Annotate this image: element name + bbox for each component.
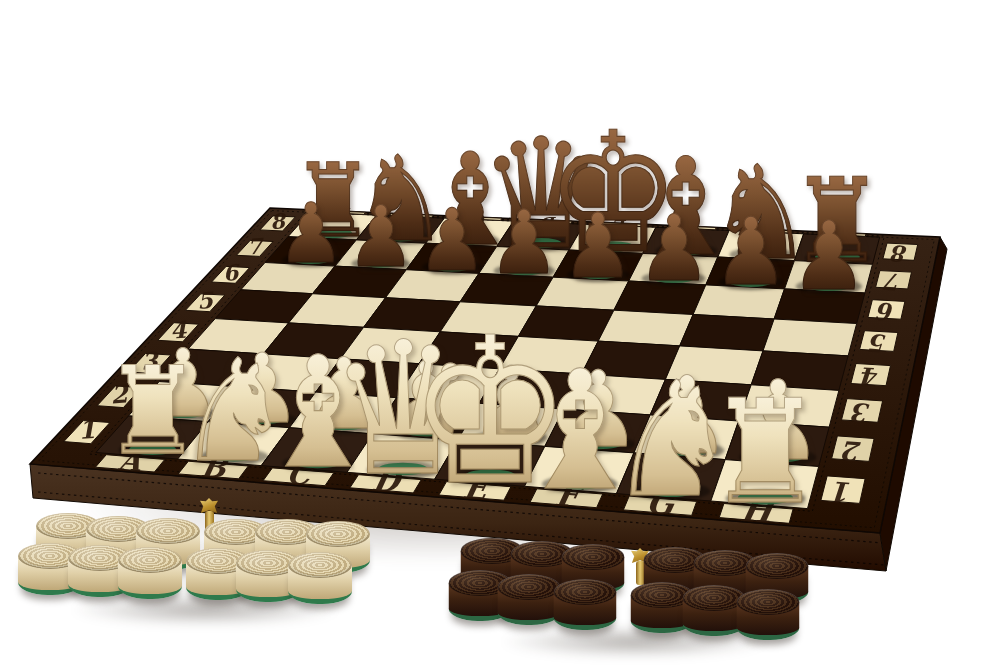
chess-piece-black-pawn[interactable]: ♟	[489, 200, 560, 288]
rank-label-right: 1	[832, 476, 853, 509]
board-square[interactable]	[763, 319, 857, 356]
checker-dark[interactable]	[737, 589, 800, 640]
chess-piece-black-pawn[interactable]: ♟	[347, 195, 415, 279]
chess-piece-black-pawn[interactable]: ♟	[417, 197, 487, 283]
checker-top-spiral	[498, 574, 561, 600]
chess-piece-black-pawn[interactable]: ♟	[791, 209, 868, 304]
checker-top-spiral	[554, 579, 617, 605]
photo-stage: 8877665544332211AABBCCDDEEFFGGHH ♜♞♝♛♚♝♞…	[0, 0, 1000, 667]
checker-top-spiral	[737, 589, 800, 615]
chess-piece-black-pawn[interactable]: ♟	[637, 204, 711, 295]
checker-top-spiral	[562, 544, 625, 570]
checker-dark[interactable]	[498, 574, 561, 625]
checker-light[interactable]	[288, 552, 352, 604]
checker-dark[interactable]	[554, 579, 617, 630]
chess-piece-black-pawn[interactable]: ♟	[713, 207, 788, 300]
rank-label-left: 1	[77, 414, 97, 445]
checker-top-spiral	[118, 547, 182, 573]
chess-piece-black-pawn[interactable]: ♟	[278, 193, 345, 276]
chess-piece-white-rook[interactable]: ♜	[707, 381, 823, 524]
checker-top-spiral	[306, 521, 370, 547]
checker-top-spiral	[288, 552, 352, 578]
board-square[interactable]	[680, 315, 774, 351]
chess-piece-black-pawn[interactable]: ♟	[562, 202, 634, 291]
checker-top-spiral	[746, 553, 809, 579]
checker-top-spiral	[136, 518, 200, 544]
checker-light[interactable]	[118, 547, 182, 599]
